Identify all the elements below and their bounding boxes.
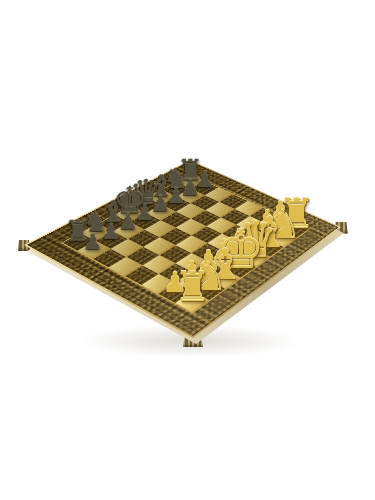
squares-grid <box>61 174 311 313</box>
chess-board <box>24 160 341 338</box>
product-photo-scene: ♜♞♝♛♚♝♞♜♟♟♟♟♟♟♟♟♟♟♟♟♟♟♟♟♜♞♝♛♚♝♞♜ <box>0 0 375 500</box>
